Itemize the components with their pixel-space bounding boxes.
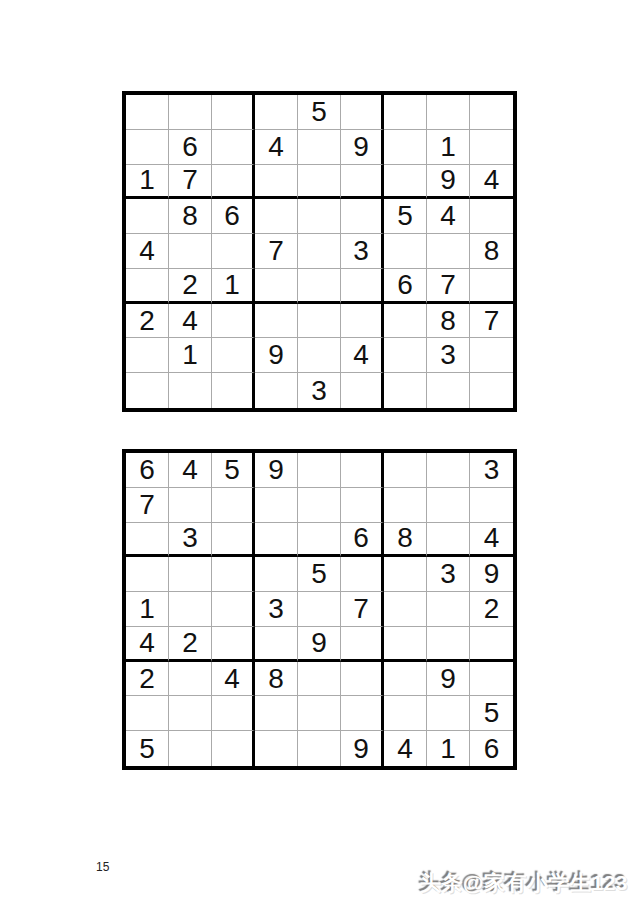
grid2-cell-r8c1 bbox=[126, 696, 169, 731]
grid1-cell-r2c2: 6 bbox=[169, 130, 212, 165]
grid1-cell-r1c4 bbox=[255, 95, 298, 130]
grid1-cell-r4c9 bbox=[470, 199, 513, 234]
grid2-cell-r2c6 bbox=[341, 488, 384, 523]
grid2-cell-r8c7 bbox=[384, 696, 427, 731]
grid1-cell-r1c5: 5 bbox=[298, 95, 341, 130]
grid1-cell-r2c6: 9 bbox=[341, 130, 384, 165]
grid1-cell-r7c7 bbox=[384, 304, 427, 339]
grid2-cell-r1c4: 9 bbox=[255, 453, 298, 488]
grid2-cell-r4c1 bbox=[126, 557, 169, 592]
grid1-cell-r3c4 bbox=[255, 165, 298, 200]
grid1-cell-r9c6 bbox=[341, 373, 384, 408]
grid1-cell-r3c2: 7 bbox=[169, 165, 212, 200]
grid2-cell-r3c9: 4 bbox=[470, 523, 513, 558]
grid1-cell-r5c5 bbox=[298, 234, 341, 269]
grid2-cell-r5c1: 1 bbox=[126, 592, 169, 627]
grid2-cell-r3c1 bbox=[126, 523, 169, 558]
watermark-text: 头条@家有小学生123 bbox=[420, 869, 628, 897]
grid1-cell-r7c9: 7 bbox=[470, 304, 513, 339]
grid2-cell-r3c4 bbox=[255, 523, 298, 558]
grid2-cell-r2c9 bbox=[470, 488, 513, 523]
grid1-cell-r5c2 bbox=[169, 234, 212, 269]
grid1-cell-r9c3 bbox=[212, 373, 255, 408]
grid1-cell-r9c9 bbox=[470, 373, 513, 408]
grid2-cell-r1c2: 4 bbox=[169, 453, 212, 488]
grid1-cell-r8c4: 9 bbox=[255, 338, 298, 373]
grid1-cell-r4c4 bbox=[255, 199, 298, 234]
grid1-cell-r6c1 bbox=[126, 269, 169, 304]
grid1-cell-r4c5 bbox=[298, 199, 341, 234]
grid2-cell-r9c9: 6 bbox=[470, 731, 513, 766]
grid2-cell-r1c5 bbox=[298, 453, 341, 488]
grid2-cell-r7c9 bbox=[470, 662, 513, 697]
grid2-cell-r4c7 bbox=[384, 557, 427, 592]
grid1-cell-r2c3 bbox=[212, 130, 255, 165]
grid1-cell-r8c2: 1 bbox=[169, 338, 212, 373]
grid2-cell-r7c2 bbox=[169, 662, 212, 697]
grid1-cell-r6c2: 2 bbox=[169, 269, 212, 304]
grid2-cell-r2c2 bbox=[169, 488, 212, 523]
grid2-cell-r2c8 bbox=[427, 488, 470, 523]
worksheet-page: 564911794865447382167248719433 645937368… bbox=[0, 0, 640, 906]
grid2-cell-r6c2: 2 bbox=[169, 627, 212, 662]
grid2-cell-r5c4: 3 bbox=[255, 592, 298, 627]
grid1-cell-r2c9 bbox=[470, 130, 513, 165]
grid1-cell-r9c7 bbox=[384, 373, 427, 408]
grid1-cell-r2c5 bbox=[298, 130, 341, 165]
grid1-cell-r6c6 bbox=[341, 269, 384, 304]
grid2-cell-r9c1: 5 bbox=[126, 731, 169, 766]
grid2-cell-r6c1: 4 bbox=[126, 627, 169, 662]
grid2-cell-r4c9: 9 bbox=[470, 557, 513, 592]
grid1-cell-r7c3 bbox=[212, 304, 255, 339]
sudoku-grid-1: 564911794865447382167248719433 bbox=[122, 91, 517, 412]
grid2-cell-r4c3 bbox=[212, 557, 255, 592]
grid2-cell-r3c5 bbox=[298, 523, 341, 558]
grid2-cell-r5c2 bbox=[169, 592, 212, 627]
grid2-cell-r1c6 bbox=[341, 453, 384, 488]
grid2-cell-r8c9: 5 bbox=[470, 696, 513, 731]
grid1-cell-r1c7 bbox=[384, 95, 427, 130]
grid1-cell-r8c3 bbox=[212, 338, 255, 373]
sudoku-grid-2: 645937368453913724292489559416 bbox=[122, 449, 517, 770]
grid1-cell-r8c8: 3 bbox=[427, 338, 470, 373]
grid2-cell-r6c6 bbox=[341, 627, 384, 662]
grid1-cell-r8c1 bbox=[126, 338, 169, 373]
grid2-cell-r1c8 bbox=[427, 453, 470, 488]
grid1-cell-r8c5 bbox=[298, 338, 341, 373]
grid1-cell-r3c5 bbox=[298, 165, 341, 200]
grid1-cell-r2c8: 1 bbox=[427, 130, 470, 165]
grid2-cell-r8c6 bbox=[341, 696, 384, 731]
grid2-cell-r8c4 bbox=[255, 696, 298, 731]
grid1-cell-r1c8 bbox=[427, 95, 470, 130]
grid1-cell-r9c2 bbox=[169, 373, 212, 408]
grid2-cell-r3c2: 3 bbox=[169, 523, 212, 558]
grid1-cell-r5c7 bbox=[384, 234, 427, 269]
grid1-cell-r1c2 bbox=[169, 95, 212, 130]
grid1-cell-r8c6: 4 bbox=[341, 338, 384, 373]
grid2-cell-r6c5: 9 bbox=[298, 627, 341, 662]
grid2-cell-r7c5 bbox=[298, 662, 341, 697]
grid1-cell-r4c6 bbox=[341, 199, 384, 234]
grid2-cell-r5c5 bbox=[298, 592, 341, 627]
grid2-cell-r1c7 bbox=[384, 453, 427, 488]
grid1-cell-r5c8 bbox=[427, 234, 470, 269]
grid1-cell-r5c4: 7 bbox=[255, 234, 298, 269]
grid1-cell-r3c6 bbox=[341, 165, 384, 200]
grid1-cell-r1c3 bbox=[212, 95, 255, 130]
grid1-cell-r1c9 bbox=[470, 95, 513, 130]
grid2-cell-r1c9: 3 bbox=[470, 453, 513, 488]
grid2-cell-r5c8 bbox=[427, 592, 470, 627]
grid2-cell-r9c4 bbox=[255, 731, 298, 766]
grid2-cell-r5c6: 7 bbox=[341, 592, 384, 627]
grid1-cell-r1c1 bbox=[126, 95, 169, 130]
grid2-cell-r5c3 bbox=[212, 592, 255, 627]
grid2-cell-r8c5 bbox=[298, 696, 341, 731]
grid1-cell-r7c4 bbox=[255, 304, 298, 339]
grid2-cell-r5c7 bbox=[384, 592, 427, 627]
grid2-cell-r3c3 bbox=[212, 523, 255, 558]
grid1-cell-r3c7 bbox=[384, 165, 427, 200]
grid2-cell-r5c9: 2 bbox=[470, 592, 513, 627]
grid2-cell-r3c7: 8 bbox=[384, 523, 427, 558]
grid2-cell-r8c2 bbox=[169, 696, 212, 731]
grid2-cell-r6c3 bbox=[212, 627, 255, 662]
grid1-cell-r7c6 bbox=[341, 304, 384, 339]
grid1-cell-r4c1 bbox=[126, 199, 169, 234]
grid1-cell-r3c9: 4 bbox=[470, 165, 513, 200]
grid1-cell-r6c9 bbox=[470, 269, 513, 304]
grid2-cell-r3c8 bbox=[427, 523, 470, 558]
grid1-cell-r4c7: 5 bbox=[384, 199, 427, 234]
grid1-cell-r1c6 bbox=[341, 95, 384, 130]
grid1-cell-r8c7 bbox=[384, 338, 427, 373]
grid1-cell-r7c1: 2 bbox=[126, 304, 169, 339]
grid1-cell-r7c8: 8 bbox=[427, 304, 470, 339]
grid1-cell-r9c8 bbox=[427, 373, 470, 408]
grid1-cell-r6c5 bbox=[298, 269, 341, 304]
grid1-cell-r3c8: 9 bbox=[427, 165, 470, 200]
grid1-cell-r6c3: 1 bbox=[212, 269, 255, 304]
grid2-cell-r6c8 bbox=[427, 627, 470, 662]
grid2-cell-r6c9 bbox=[470, 627, 513, 662]
grid2-cell-r3c6: 6 bbox=[341, 523, 384, 558]
grid2-cell-r7c6 bbox=[341, 662, 384, 697]
grid2-cell-r2c1: 7 bbox=[126, 488, 169, 523]
grid2-cell-r2c4 bbox=[255, 488, 298, 523]
grid1-cell-r9c1 bbox=[126, 373, 169, 408]
grid2-cell-r4c2 bbox=[169, 557, 212, 592]
grid1-cell-r7c2: 4 bbox=[169, 304, 212, 339]
grid2-cell-r2c5 bbox=[298, 488, 341, 523]
grid1-cell-r5c3 bbox=[212, 234, 255, 269]
grid2-cell-r4c5: 5 bbox=[298, 557, 341, 592]
grid2-cell-r9c2 bbox=[169, 731, 212, 766]
grid1-cell-r4c3: 6 bbox=[212, 199, 255, 234]
grid1-cell-r5c1: 4 bbox=[126, 234, 169, 269]
grid1-cell-r3c3 bbox=[212, 165, 255, 200]
grid1-cell-r6c4 bbox=[255, 269, 298, 304]
grid2-cell-r4c4 bbox=[255, 557, 298, 592]
grid2-cell-r8c3 bbox=[212, 696, 255, 731]
grid1-cell-r2c4: 4 bbox=[255, 130, 298, 165]
grid2-cell-r9c6: 9 bbox=[341, 731, 384, 766]
grid2-cell-r9c3 bbox=[212, 731, 255, 766]
grid1-cell-r4c8: 4 bbox=[427, 199, 470, 234]
grid1-cell-r9c5: 3 bbox=[298, 373, 341, 408]
grid2-cell-r9c7: 4 bbox=[384, 731, 427, 766]
grid2-cell-r7c4: 8 bbox=[255, 662, 298, 697]
page-number: 15 bbox=[96, 860, 109, 874]
grid1-cell-r6c8: 7 bbox=[427, 269, 470, 304]
grid1-cell-r2c1 bbox=[126, 130, 169, 165]
grid2-cell-r7c8: 9 bbox=[427, 662, 470, 697]
grid1-cell-r5c6: 3 bbox=[341, 234, 384, 269]
grid1-cell-r7c5 bbox=[298, 304, 341, 339]
grid2-cell-r7c7 bbox=[384, 662, 427, 697]
grid1-cell-r4c2: 8 bbox=[169, 199, 212, 234]
grid1-cell-r2c7 bbox=[384, 130, 427, 165]
grid1-cell-r6c7: 6 bbox=[384, 269, 427, 304]
grid2-cell-r4c6 bbox=[341, 557, 384, 592]
grid1-cell-r8c9 bbox=[470, 338, 513, 373]
grid2-cell-r7c1: 2 bbox=[126, 662, 169, 697]
grid2-cell-r4c8: 3 bbox=[427, 557, 470, 592]
grid2-cell-r1c3: 5 bbox=[212, 453, 255, 488]
grid1-cell-r3c1: 1 bbox=[126, 165, 169, 200]
grid1-cell-r5c9: 8 bbox=[470, 234, 513, 269]
grid2-cell-r2c7 bbox=[384, 488, 427, 523]
grid2-cell-r2c3 bbox=[212, 488, 255, 523]
grid2-cell-r6c7 bbox=[384, 627, 427, 662]
grid2-cell-r9c8: 1 bbox=[427, 731, 470, 766]
grid2-cell-r8c8 bbox=[427, 696, 470, 731]
grid2-cell-r1c1: 6 bbox=[126, 453, 169, 488]
grid2-cell-r7c3: 4 bbox=[212, 662, 255, 697]
grid2-cell-r6c4 bbox=[255, 627, 298, 662]
grid1-cell-r9c4 bbox=[255, 373, 298, 408]
grid2-cell-r9c5 bbox=[298, 731, 341, 766]
